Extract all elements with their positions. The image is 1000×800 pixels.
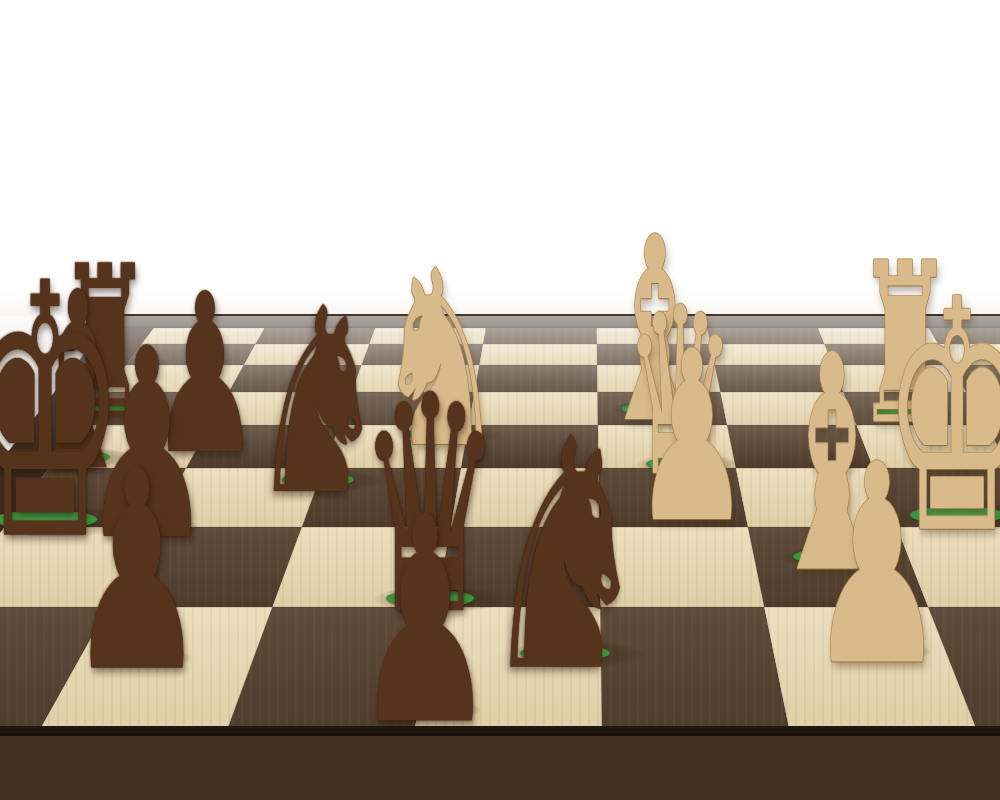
pieces-layer: ♜♝♜♞♟♝♛♞♟♚♚♟♝♛♟♞♟♟ [0, 0, 1000, 800]
chess-photo-scene: ♜♝♜♞♟♝♛♞♟♚♚♟♝♛♟♞♟♟ [0, 0, 1000, 800]
chess-glyph-pawn: ♟ [353, 479, 496, 764]
chess-glyph-knight: ♞ [479, 397, 650, 715]
chess-glyph-pawn: ♟ [633, 320, 751, 555]
chess-glyph-pawn: ♟ [808, 428, 947, 704]
chess-glyph-pawn: ♟ [68, 434, 207, 710]
